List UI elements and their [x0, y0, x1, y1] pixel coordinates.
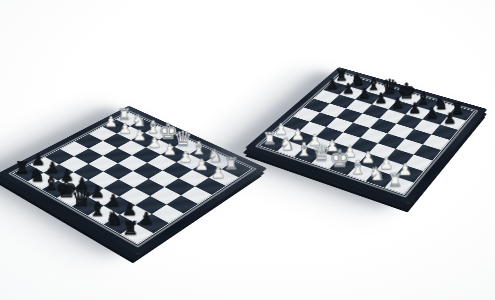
- black-rook: ♜: [327, 69, 356, 84]
- board-grid-right: ♜♞♝♛♚♝♞♜♟♟♟♟♟♟♟♟♟♟♟♟♟♟♟♟♜♞♝♛♚♝♞♜: [260, 74, 473, 194]
- right-board-scene: ♜♞♝♛♚♝♞♜♟♟♟♟♟♟♟♟♟♟♟♟♟♟♟♟♜♞♝♛♚♝♞♜: [245, 67, 488, 204]
- square-left-r8c2: ♞: [28, 173, 58, 190]
- render-canvas: ♜♞♝♚♛♝♞♜♟♟♟♟♟♟♟♟♟♟♟♟♟♟♟♟♜♞♝♚♛♝♞♜ ♜♞♝♛♚♝♞…: [0, 0, 495, 300]
- white-rook: ♜: [254, 131, 286, 147]
- black-rook: ♜: [5, 160, 39, 176]
- square-left-r5c6: [134, 179, 164, 196]
- left-board-scene: ♜♞♝♚♛♝♞♜♟♟♟♟♟♟♟♟♟♟♟♟♟♟♟♟♜♞♝♚♛♝♞♜: [0, 106, 267, 255]
- white-pawn: ♟: [265, 122, 297, 137]
- square-left-r1c8: ♜: [222, 161, 251, 177]
- chessboard-right: ♜♞♝♛♚♝♞♜♟♟♟♟♟♟♟♟♟♟♟♟♟♟♟♟♜♞♝♛♚♝♞♜: [245, 67, 488, 204]
- chessboard-left: ♜♞♝♚♛♝♞♜♟♟♟♟♟♟♟♟♟♟♟♟♟♟♟♟♜♞♝♚♛♝♞♜: [0, 106, 267, 255]
- square-right-r3c7: [414, 120, 440, 135]
- board-grid-left: ♜♞♝♚♛♝♞♜♟♟♟♟♟♟♟♟♟♟♟♟♟♟♟♟♜♞♝♚♛♝♞♜: [14, 113, 251, 244]
